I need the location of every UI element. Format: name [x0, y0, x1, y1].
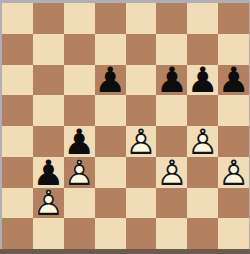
square-h5[interactable]	[218, 95, 249, 126]
square-e1[interactable]	[126, 218, 157, 249]
square-b4[interactable]	[33, 126, 64, 157]
square-d4[interactable]	[95, 126, 126, 157]
square-e8[interactable]	[126, 3, 157, 34]
piece-outline: ♙	[187, 127, 218, 158]
square-d8[interactable]	[95, 3, 126, 34]
square-g5[interactable]	[187, 95, 218, 126]
piece-solid: ♟	[187, 66, 218, 97]
square-b3[interactable]: ♟	[33, 157, 64, 188]
square-f4[interactable]	[156, 126, 187, 157]
square-c3[interactable]: ♟♙	[64, 157, 95, 188]
white-pawn-b2[interactable]: ♟♙	[33, 188, 64, 219]
square-h4[interactable]	[218, 126, 249, 157]
piece-outline: ♙	[126, 127, 157, 158]
square-c4[interactable]: ♟	[64, 126, 95, 157]
piece-fill: ♟	[64, 158, 95, 189]
piece-solid: ♟	[156, 66, 187, 97]
square-f1[interactable]	[156, 218, 187, 249]
square-f6[interactable]: ♟	[156, 65, 187, 96]
square-c7[interactable]	[64, 34, 95, 65]
black-pawn-c4[interactable]: ♟	[64, 126, 95, 157]
white-pawn-h3[interactable]: ♟♙	[218, 157, 249, 188]
square-h1[interactable]	[218, 218, 249, 249]
black-pawn-d6[interactable]: ♟	[95, 65, 126, 96]
square-g6[interactable]: ♟	[187, 65, 218, 96]
piece-solid: ♟	[33, 158, 64, 189]
square-b2[interactable]: ♟♙	[33, 188, 64, 219]
black-pawn-h6[interactable]: ♟	[218, 65, 249, 96]
black-pawn-f6[interactable]: ♟	[156, 65, 187, 96]
square-h7[interactable]	[218, 34, 249, 65]
square-b6[interactable]	[33, 65, 64, 96]
square-g3[interactable]	[187, 157, 218, 188]
square-f8[interactable]	[156, 3, 187, 34]
square-e7[interactable]	[126, 34, 157, 65]
square-a3[interactable]	[2, 157, 33, 188]
square-c1[interactable]	[64, 218, 95, 249]
piece-fill: ♟	[156, 158, 187, 189]
square-c5[interactable]	[64, 95, 95, 126]
square-c2[interactable]	[64, 188, 95, 219]
square-a7[interactable]	[2, 34, 33, 65]
piece-outline: ♙	[218, 158, 249, 189]
piece-outline: ♙	[33, 189, 64, 220]
piece-solid: ♟	[95, 66, 126, 97]
square-d1[interactable]	[95, 218, 126, 249]
square-b1[interactable]	[33, 218, 64, 249]
square-d3[interactable]	[95, 157, 126, 188]
square-e2[interactable]	[126, 188, 157, 219]
piece-solid: ♟	[64, 127, 95, 158]
square-f2[interactable]	[156, 188, 187, 219]
black-pawn-g6[interactable]: ♟	[187, 65, 218, 96]
square-e4[interactable]: ♟♙	[126, 126, 157, 157]
square-d2[interactable]	[95, 188, 126, 219]
square-e6[interactable]	[126, 65, 157, 96]
square-h6[interactable]: ♟	[218, 65, 249, 96]
piece-outline: ♙	[64, 158, 95, 189]
square-g8[interactable]	[187, 3, 218, 34]
piece-outline: ♙	[156, 158, 187, 189]
white-pawn-e4[interactable]: ♟♙	[126, 126, 157, 157]
square-a1[interactable]	[2, 218, 33, 249]
square-b5[interactable]	[33, 95, 64, 126]
square-h3[interactable]: ♟♙	[218, 157, 249, 188]
square-d6[interactable]: ♟	[95, 65, 126, 96]
white-pawn-f3[interactable]: ♟♙	[156, 157, 187, 188]
square-g2[interactable]	[187, 188, 218, 219]
piece-fill: ♟	[218, 158, 249, 189]
white-pawn-g4[interactable]: ♟♙	[187, 126, 218, 157]
piece-fill: ♟	[33, 189, 64, 220]
square-b7[interactable]	[33, 34, 64, 65]
square-c6[interactable]	[64, 65, 95, 96]
square-d5[interactable]	[95, 95, 126, 126]
square-c8[interactable]	[64, 3, 95, 34]
square-a2[interactable]	[2, 188, 33, 219]
black-pawn-b3[interactable]: ♟	[33, 157, 64, 188]
square-a8[interactable]	[2, 3, 33, 34]
square-e3[interactable]	[126, 157, 157, 188]
square-g7[interactable]	[187, 34, 218, 65]
piece-fill: ♟	[187, 127, 218, 158]
square-f5[interactable]	[156, 95, 187, 126]
chess-diagram: ♟♟♟♟♟♟♙♟♙♟♟♙♟♙♟♙♟♙	[0, 0, 250, 254]
piece-fill: ♟	[126, 127, 157, 158]
piece-solid: ♟	[218, 66, 249, 97]
board-shadow-bottom	[0, 249, 250, 254]
square-d7[interactable]	[95, 34, 126, 65]
square-a5[interactable]	[2, 95, 33, 126]
square-a4[interactable]	[2, 126, 33, 157]
square-g1[interactable]	[187, 218, 218, 249]
white-pawn-c3[interactable]: ♟♙	[64, 157, 95, 188]
square-h2[interactable]	[218, 188, 249, 219]
square-f7[interactable]	[156, 34, 187, 65]
square-a6[interactable]	[2, 65, 33, 96]
square-b8[interactable]	[33, 3, 64, 34]
square-h8[interactable]	[218, 3, 249, 34]
chess-board: ♟♟♟♟♟♟♙♟♙♟♟♙♟♙♟♙♟♙	[2, 3, 249, 249]
square-g4[interactable]: ♟♙	[187, 126, 218, 157]
square-f3[interactable]: ♟♙	[156, 157, 187, 188]
square-e5[interactable]	[126, 95, 157, 126]
